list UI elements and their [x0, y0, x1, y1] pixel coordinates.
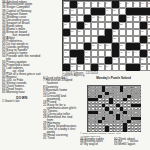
black-square [98, 8, 105, 15]
cell-number: 27 [71, 30, 74, 32]
white-square: 6 [105, 1, 112, 8]
white-square: 12 [63, 8, 70, 15]
cell-number: 41 [85, 51, 88, 53]
black-square [112, 1, 119, 8]
cell-number: 44 [134, 51, 137, 53]
black-square [133, 64, 140, 71]
white-square [77, 43, 84, 50]
cell-number: 30 [141, 30, 144, 32]
white-square: 14 [105, 8, 112, 15]
black-square [112, 50, 119, 57]
cell-number: 24 [85, 23, 88, 25]
white-square: 53 [98, 64, 105, 71]
cell-number: 3 [85, 2, 86, 4]
cell-number: 1 [64, 2, 65, 4]
clue-text: By way of [84, 143, 98, 147]
white-square [70, 43, 77, 50]
white-square [105, 15, 112, 22]
white-square: 46 [63, 57, 70, 64]
white-square: 26 [147, 22, 150, 29]
across-clues-column: 36Stitched edges37Mischievous sprite38Si… [2, 0, 42, 149]
white-square [105, 50, 112, 57]
cell-number: 55 [141, 65, 144, 67]
white-square: 11 [147, 1, 150, 8]
cell-number: 39 [141, 44, 144, 46]
white-square: 10 [140, 1, 147, 8]
white-square [105, 22, 112, 29]
black-square [133, 43, 140, 50]
white-square [77, 8, 84, 15]
white-square: 28 [77, 29, 84, 36]
white-square: 41 [84, 50, 91, 57]
cell-number: 53 [99, 65, 102, 67]
white-square [119, 64, 126, 71]
black-square [84, 43, 91, 50]
cell-number: 40 [64, 51, 67, 53]
white-square: 13 [70, 8, 77, 15]
cell-number: 15 [113, 9, 116, 11]
cell-number: 23 [64, 23, 67, 25]
black-square [63, 29, 70, 36]
cell-number: 37 [106, 44, 109, 46]
clue-text: Mimic again [118, 143, 135, 147]
cell-number: 43 [127, 51, 130, 53]
white-square [77, 15, 84, 22]
cell-number: 14 [106, 9, 109, 11]
white-square [133, 22, 140, 29]
clue-continuation-right-list: 50Think about52Be ___: assist53Mimic aga… [114, 137, 148, 146]
cell-number: 18 [99, 16, 102, 18]
white-square: 25 [119, 22, 126, 29]
white-square: 30 [140, 29, 147, 36]
cell-number: 7 [120, 2, 121, 4]
white-square [119, 57, 126, 64]
white-square [70, 22, 77, 29]
white-square: 47 [70, 57, 77, 64]
white-square [70, 36, 77, 43]
white-square [98, 57, 105, 64]
white-square: 38 [119, 43, 126, 50]
black-square [112, 22, 119, 29]
white-square [133, 29, 140, 36]
white-square: 33 [147, 36, 150, 43]
white-square: 43 [126, 50, 133, 57]
cell-number: 2 [78, 2, 79, 4]
black-square [140, 36, 147, 43]
white-square [84, 29, 91, 36]
white-square [91, 29, 98, 36]
clue-item: 1Gator's kin [2, 100, 42, 103]
cell-number: 42 [120, 51, 123, 53]
black-square [126, 43, 133, 50]
white-square [84, 36, 91, 43]
cell-number: 26 [148, 23, 150, 25]
white-square [147, 64, 150, 71]
clue-number: 53 [114, 143, 118, 147]
black-square [63, 15, 70, 22]
cell-number: 49 [113, 58, 116, 60]
cell-number: 45 [148, 51, 150, 53]
cell-number: 12 [64, 9, 67, 11]
white-square [119, 8, 126, 15]
clue-continuation-right: 50Think about52Be ___: assist53Mimic aga… [114, 137, 148, 150]
cell-number: 22 [148, 16, 150, 18]
white-square: 45 [147, 50, 150, 57]
white-square: 49 [112, 57, 119, 64]
clue-item: 53Mimic again [114, 143, 148, 146]
white-square: 44 [133, 50, 140, 57]
clue-number: 7 [43, 79, 45, 83]
cell-number: 25 [120, 23, 123, 25]
white-square [98, 22, 105, 29]
white-square [126, 36, 133, 43]
down-clues-column: 6Used vehicles7Horseshoe-shaped fastener… [43, 76, 79, 150]
white-square [91, 22, 98, 29]
white-square: 31 [63, 36, 70, 43]
clue-text: Gator's kin [5, 99, 20, 103]
black-square [91, 8, 98, 15]
black-square [84, 15, 91, 22]
black-square [70, 50, 77, 57]
black-square [77, 22, 84, 29]
white-square: 21 [140, 15, 147, 22]
white-square [112, 15, 119, 22]
black-square [126, 8, 133, 15]
cell-number: 31 [64, 37, 67, 39]
black-square [133, 8, 140, 15]
across-clues-list: 36Stitched edges37Mischievous sprite38Si… [2, 0, 42, 103]
cell-number: 47 [71, 58, 74, 60]
white-square [91, 50, 98, 57]
white-square: 3 [84, 1, 91, 8]
clue-number: 65 [2, 90, 6, 94]
white-square: 1 [63, 1, 70, 8]
cell-number: 8 [127, 2, 128, 4]
white-square [77, 36, 84, 43]
white-square: 34 [63, 43, 70, 50]
black-square [77, 57, 84, 64]
clue-continuation-left-list: 44Slender rattler46Bearing tales47By way… [80, 137, 113, 146]
white-square: 48 [84, 57, 91, 64]
black-square [140, 50, 147, 57]
white-square [91, 36, 98, 43]
black-square [77, 50, 84, 57]
newspaper-crossword-page: 36Stitched edges37Mischievous sprite38Si… [0, 0, 150, 150]
cell-number: 28 [78, 30, 81, 32]
white-square [84, 64, 91, 71]
black-square [126, 64, 133, 71]
white-square: 39 [140, 43, 147, 50]
white-square [126, 29, 133, 36]
white-square: 22 [147, 15, 150, 22]
cell-number: 16 [71, 16, 74, 18]
black-square [140, 8, 147, 15]
white-square [133, 36, 140, 43]
clue-item: 65Morning hour [2, 91, 42, 94]
white-square: 2 [77, 1, 84, 8]
white-square: 5 [98, 1, 105, 8]
cell-number: 10 [141, 2, 144, 4]
white-square: 4 [91, 1, 98, 8]
white-square [147, 57, 150, 64]
clue-item: 41Tired [43, 137, 79, 140]
white-square: 23 [63, 22, 70, 29]
white-square [126, 57, 133, 64]
black-square [63, 64, 70, 71]
black-square [70, 1, 77, 8]
white-square [91, 57, 98, 64]
cell-number: 9 [134, 2, 135, 4]
crossword-grid-cells: 1234567891011121314151617181920212223242… [62, 0, 150, 71]
white-square: 20 [133, 15, 140, 22]
clue-number: 47 [80, 143, 84, 147]
white-square: 16 [70, 15, 77, 22]
cell-number: 33 [148, 37, 150, 39]
black-square [98, 36, 105, 43]
solved-puzzle-grid: SPASACREADMITTACOSOLODOUSEARTSYMOTORHOME… [87, 85, 141, 132]
clue-number: 1 [2, 99, 4, 103]
white-square: 37 [105, 43, 112, 50]
cell-number: 5 [99, 2, 100, 4]
white-square [133, 57, 140, 64]
cell-number: 20 [134, 16, 137, 18]
white-square: 42 [119, 50, 126, 57]
white-square [119, 36, 126, 43]
cell-number: 6 [106, 2, 107, 4]
cell-number: 51 [71, 65, 74, 67]
white-square [112, 64, 119, 71]
cell-number: 34 [64, 44, 67, 46]
black-square [105, 36, 112, 43]
clue-text: Tired [47, 136, 54, 140]
white-square: 24 [84, 22, 91, 29]
cell-number: 19 [127, 16, 130, 18]
white-square [147, 29, 150, 36]
black-square [140, 22, 147, 29]
cell-number: 21 [141, 16, 144, 18]
white-square [84, 8, 91, 15]
white-square: 55 [140, 64, 147, 71]
white-square: 8 [126, 1, 133, 8]
white-square [98, 50, 105, 57]
solved-puzzle-cells: SPASACREADMITTACOSOLODOUSEARTSYMOTORHOME… [87, 85, 141, 132]
white-square: 17 [91, 15, 98, 22]
white-square: 32 [112, 36, 119, 43]
clue-continuation-left: 44Slender rattler46Bearing tales47By way… [80, 137, 113, 150]
cell-number: 52 [78, 65, 81, 67]
cell-number: 29 [113, 30, 116, 32]
white-square: 27 [70, 29, 77, 36]
white-square [119, 29, 126, 36]
cell-number: 36 [99, 44, 102, 46]
white-square: 52 [77, 64, 84, 71]
clue-text: Morning hour [6, 90, 25, 94]
white-square: 40 [63, 50, 70, 57]
cell-number: 11 [148, 2, 150, 4]
cell-number: 35 [92, 44, 95, 46]
black-square [119, 15, 126, 22]
clue-number: 41 [43, 136, 47, 140]
white-square: 36 [98, 43, 105, 50]
black-square [105, 57, 112, 64]
cell-number: 54 [106, 65, 109, 67]
white-square: 9 [133, 1, 140, 8]
white-square: 35 [91, 43, 98, 50]
white-square: 15 [112, 8, 119, 15]
down-clues-list: 6Used vehicles7Horseshoe-shaped fastener… [43, 76, 79, 140]
cell-number: 38 [120, 44, 123, 46]
white-square [98, 29, 105, 36]
white-square: 7 [119, 1, 126, 8]
white-square: 50 [140, 57, 147, 64]
black-square [91, 64, 98, 71]
crossword-grid: 1234567891011121314151617181920212223242… [62, 0, 150, 71]
cell-number: 13 [71, 9, 74, 11]
white-square [126, 22, 133, 29]
white-square: 18 [98, 15, 105, 22]
cell-number: 32 [113, 37, 116, 39]
cell-number: 4 [92, 2, 93, 4]
white-square [147, 43, 150, 50]
solved-puzzle-title: Monday's Puzzle Solved [82, 77, 144, 80]
cell-number: 48 [85, 58, 88, 60]
black-square [112, 43, 119, 50]
white-square: 19 [126, 15, 133, 22]
white-square: 51 [70, 64, 77, 71]
cell-number: 46 [64, 58, 67, 60]
white-square: 54 [105, 64, 112, 71]
white-square: 29 [112, 29, 119, 36]
clue-item: 47By way of [80, 143, 113, 146]
cell-number: 50 [141, 58, 144, 60]
black-square [147, 8, 150, 15]
black-square [105, 29, 112, 36]
cell-number: 17 [92, 16, 95, 18]
